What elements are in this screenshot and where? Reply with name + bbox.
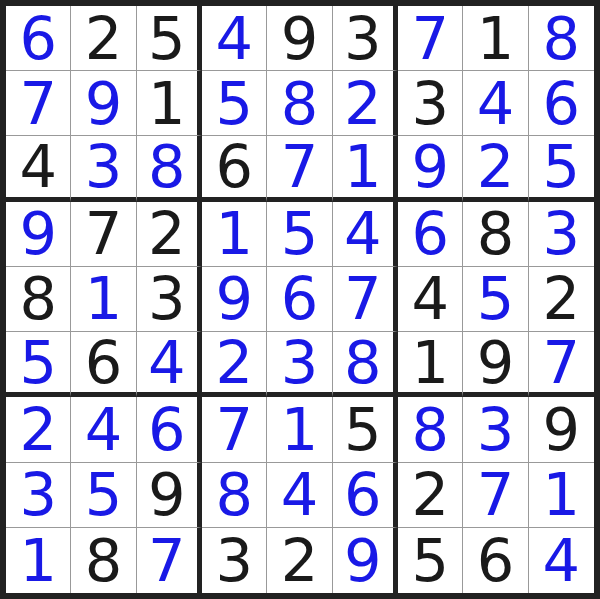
solved-digit: 8 <box>215 465 253 524</box>
solved-digit: 9 <box>344 531 382 590</box>
cell-r7c8[interactable]: 3 <box>463 397 528 462</box>
solved-digit: 4 <box>148 333 186 392</box>
given-digit: 8 <box>477 204 515 263</box>
cell-r7c2[interactable]: 4 <box>71 397 136 462</box>
solved-digit: 7 <box>543 333 581 392</box>
cell-r5c7[interactable]: 4 <box>398 267 463 332</box>
solved-digit: 1 <box>215 204 253 263</box>
cell-r4c2[interactable]: 7 <box>71 202 136 267</box>
cell-r9c2[interactable]: 8 <box>71 528 136 593</box>
solved-digit: 1 <box>344 137 382 196</box>
given-digit: 1 <box>477 9 515 68</box>
given-digit: 9 <box>148 465 186 524</box>
cell-r7c6[interactable]: 5 <box>333 397 398 462</box>
cell-r9c9[interactable]: 4 <box>529 528 594 593</box>
solved-digit: 3 <box>543 204 581 263</box>
given-digit: 2 <box>411 465 449 524</box>
given-digit: 9 <box>281 9 319 68</box>
solved-digit: 6 <box>148 400 186 459</box>
cell-r8c7[interactable]: 2 <box>398 463 463 528</box>
cell-r2c7[interactable]: 3 <box>398 71 463 136</box>
cell-r2c2[interactable]: 9 <box>71 71 136 136</box>
solved-digit: 4 <box>85 400 123 459</box>
solved-digit: 6 <box>411 204 449 263</box>
solved-digit: 4 <box>215 9 253 68</box>
solved-digit: 5 <box>19 333 57 392</box>
cell-r5c2[interactable]: 1 <box>71 267 136 332</box>
cell-r9c1[interactable]: 1 <box>6 528 71 593</box>
given-digit: 5 <box>411 531 449 590</box>
cell-r5c5[interactable]: 6 <box>267 267 332 332</box>
solved-digit: 2 <box>215 333 253 392</box>
given-digit: 9 <box>543 400 581 459</box>
cell-r5c8[interactable]: 5 <box>463 267 528 332</box>
cell-r3c3[interactable]: 8 <box>137 136 202 201</box>
solved-digit: 8 <box>148 137 186 196</box>
cell-r3c4[interactable]: 6 <box>202 136 267 201</box>
cell-r3c2[interactable]: 3 <box>71 136 136 201</box>
cell-r6c6[interactable]: 8 <box>333 332 398 397</box>
solved-digit: 6 <box>19 9 57 68</box>
solved-digit: 8 <box>281 74 319 133</box>
solved-digit: 7 <box>148 531 186 590</box>
cell-r4c7[interactable]: 6 <box>398 202 463 267</box>
cell-r2c1[interactable]: 7 <box>6 71 71 136</box>
cell-r6c7[interactable]: 1 <box>398 332 463 397</box>
solved-digit: 9 <box>411 137 449 196</box>
cell-r9c7[interactable]: 5 <box>398 528 463 593</box>
given-digit: 3 <box>215 531 253 590</box>
solved-digit: 9 <box>215 269 253 328</box>
cell-r6c4[interactable]: 2 <box>202 332 267 397</box>
given-digit: 7 <box>85 204 123 263</box>
solved-digit: 8 <box>543 9 581 68</box>
given-digit: 2 <box>543 269 581 328</box>
solved-digit: 5 <box>543 137 581 196</box>
cell-r5c9[interactable]: 2 <box>529 267 594 332</box>
cell-r2c9[interactable]: 6 <box>529 71 594 136</box>
cell-r4c8[interactable]: 8 <box>463 202 528 267</box>
solved-digit: 6 <box>344 465 382 524</box>
cell-r1c6[interactable]: 3 <box>333 6 398 71</box>
given-digit: 6 <box>85 333 123 392</box>
cell-r5c3[interactable]: 3 <box>137 267 202 332</box>
solved-digit: 6 <box>281 269 319 328</box>
given-digit: 4 <box>19 137 57 196</box>
cell-r1c8[interactable]: 1 <box>463 6 528 71</box>
given-digit: 1 <box>148 74 186 133</box>
cell-r2c3[interactable]: 1 <box>137 71 202 136</box>
cell-r3c9[interactable]: 5 <box>529 136 594 201</box>
solved-digit: 1 <box>85 269 123 328</box>
cell-r8c5[interactable]: 4 <box>267 463 332 528</box>
sudoku-board: 6254937187915823464386719259721546838139… <box>0 0 600 599</box>
solved-digit: 2 <box>477 137 515 196</box>
solved-digit: 5 <box>85 465 123 524</box>
given-digit: 3 <box>148 269 186 328</box>
cell-r5c6[interactable]: 7 <box>333 267 398 332</box>
solved-digit: 3 <box>19 465 57 524</box>
cell-r1c9[interactable]: 8 <box>529 6 594 71</box>
cell-r7c4[interactable]: 7 <box>202 397 267 462</box>
cell-r1c2[interactable]: 2 <box>71 6 136 71</box>
solved-digit: 3 <box>281 333 319 392</box>
cell-r5c4[interactable]: 9 <box>202 267 267 332</box>
given-digit: 8 <box>19 269 57 328</box>
given-digit: 5 <box>344 400 382 459</box>
solved-digit: 4 <box>344 204 382 263</box>
cell-r6c1[interactable]: 5 <box>6 332 71 397</box>
solved-digit: 7 <box>411 9 449 68</box>
cell-r1c4[interactable]: 4 <box>202 6 267 71</box>
given-digit: 8 <box>85 531 123 590</box>
given-digit: 9 <box>477 333 515 392</box>
cell-r1c1[interactable]: 6 <box>6 6 71 71</box>
solved-digit: 7 <box>477 465 515 524</box>
solved-digit: 7 <box>215 400 253 459</box>
cell-r4c5[interactable]: 5 <box>267 202 332 267</box>
cell-r1c7[interactable]: 7 <box>398 6 463 71</box>
cell-r7c9[interactable]: 9 <box>529 397 594 462</box>
given-digit: 3 <box>411 74 449 133</box>
cell-r8c3[interactable]: 9 <box>137 463 202 528</box>
cell-r3c5[interactable]: 7 <box>267 136 332 201</box>
cell-r4c6[interactable]: 4 <box>333 202 398 267</box>
solved-digit: 2 <box>344 74 382 133</box>
cell-r3c8[interactable]: 2 <box>463 136 528 201</box>
cell-r3c1[interactable]: 4 <box>6 136 71 201</box>
cell-r8c4[interactable]: 8 <box>202 463 267 528</box>
solved-digit: 5 <box>215 74 253 133</box>
solved-digit: 9 <box>85 74 123 133</box>
cell-r2c5[interactable]: 8 <box>267 71 332 136</box>
solved-digit: 1 <box>19 531 57 590</box>
cell-r9c5[interactable]: 2 <box>267 528 332 593</box>
given-digit: 6 <box>215 137 253 196</box>
cell-r2c6[interactable]: 2 <box>333 71 398 136</box>
given-digit: 6 <box>477 531 515 590</box>
cell-r8c6[interactable]: 6 <box>333 463 398 528</box>
cell-r3c7[interactable]: 9 <box>398 136 463 201</box>
solved-digit: 4 <box>543 531 581 590</box>
solved-digit: 4 <box>281 465 319 524</box>
cell-r7c7[interactable]: 8 <box>398 397 463 462</box>
given-digit: 4 <box>411 269 449 328</box>
solved-digit: 7 <box>344 269 382 328</box>
solved-digit: 3 <box>477 400 515 459</box>
cell-r4c9[interactable]: 3 <box>529 202 594 267</box>
cell-r6c8[interactable]: 9 <box>463 332 528 397</box>
cell-r8c1[interactable]: 3 <box>6 463 71 528</box>
cell-r8c2[interactable]: 5 <box>71 463 136 528</box>
solved-digit: 5 <box>477 269 515 328</box>
cell-r6c2[interactable]: 6 <box>71 332 136 397</box>
solved-digit: 1 <box>543 465 581 524</box>
cell-r6c3[interactable]: 4 <box>137 332 202 397</box>
cell-r4c3[interactable]: 2 <box>137 202 202 267</box>
given-digit: 2 <box>148 204 186 263</box>
given-digit: 5 <box>148 9 186 68</box>
solved-digit: 2 <box>19 400 57 459</box>
cell-r9c4[interactable]: 3 <box>202 528 267 593</box>
cell-r4c4[interactable]: 1 <box>202 202 267 267</box>
cell-r8c8[interactable]: 7 <box>463 463 528 528</box>
cell-r1c3[interactable]: 5 <box>137 6 202 71</box>
solved-digit: 1 <box>281 400 319 459</box>
cell-r6c9[interactable]: 7 <box>529 332 594 397</box>
solved-digit: 3 <box>85 137 123 196</box>
solved-digit: 8 <box>344 333 382 392</box>
solved-digit: 6 <box>543 74 581 133</box>
cell-r6c5[interactable]: 3 <box>267 332 332 397</box>
given-digit: 1 <box>411 333 449 392</box>
cell-r7c5[interactable]: 1 <box>267 397 332 462</box>
solved-digit: 4 <box>477 74 515 133</box>
cell-r9c3[interactable]: 7 <box>137 528 202 593</box>
cell-r2c4[interactable]: 5 <box>202 71 267 136</box>
given-digit: 2 <box>281 531 319 590</box>
cell-r3c6[interactable]: 1 <box>333 136 398 201</box>
cell-r8c9[interactable]: 1 <box>529 463 594 528</box>
cell-r4c1[interactable]: 9 <box>6 202 71 267</box>
cell-r9c8[interactable]: 6 <box>463 528 528 593</box>
cell-r5c1[interactable]: 8 <box>6 267 71 332</box>
solved-digit: 8 <box>411 400 449 459</box>
given-digit: 3 <box>344 9 382 68</box>
cell-r9c6[interactable]: 9 <box>333 528 398 593</box>
cell-r1c5[interactable]: 9 <box>267 6 332 71</box>
solved-digit: 7 <box>19 74 57 133</box>
cell-r7c3[interactable]: 6 <box>137 397 202 462</box>
cell-r7c1[interactable]: 2 <box>6 397 71 462</box>
solved-digit: 5 <box>281 204 319 263</box>
solved-digit: 7 <box>281 137 319 196</box>
cell-r2c8[interactable]: 4 <box>463 71 528 136</box>
solved-digit: 9 <box>19 204 57 263</box>
given-digit: 2 <box>85 9 123 68</box>
